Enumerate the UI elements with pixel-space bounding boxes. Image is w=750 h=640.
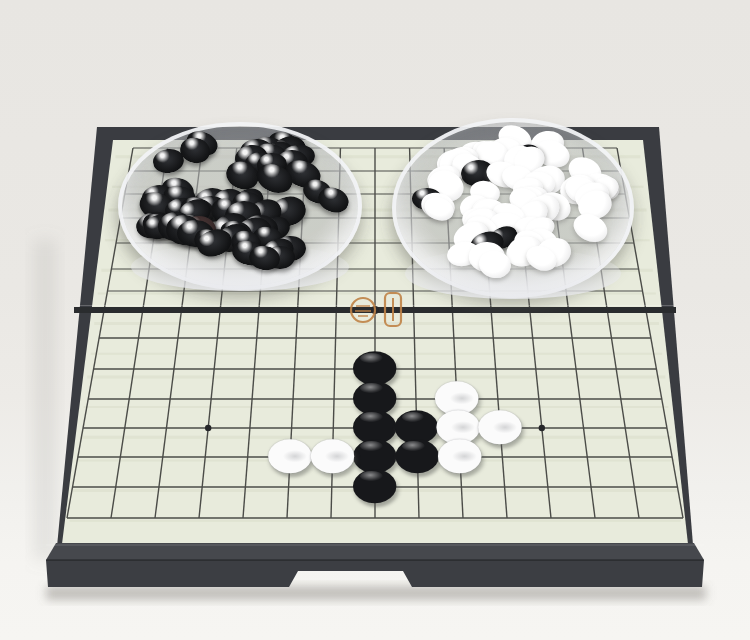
star-point bbox=[539, 425, 545, 431]
board-table-shadow bbox=[46, 586, 706, 600]
star-point bbox=[205, 425, 211, 431]
go-board bbox=[0, 0, 750, 640]
scene: ●●●●●●●●●●●●● bbox=[0, 0, 750, 640]
white-stone-tray bbox=[392, 118, 634, 298]
board-side-shadow bbox=[34, 240, 56, 560]
black-stone-tray bbox=[118, 122, 362, 290]
board-front-face bbox=[46, 560, 704, 587]
